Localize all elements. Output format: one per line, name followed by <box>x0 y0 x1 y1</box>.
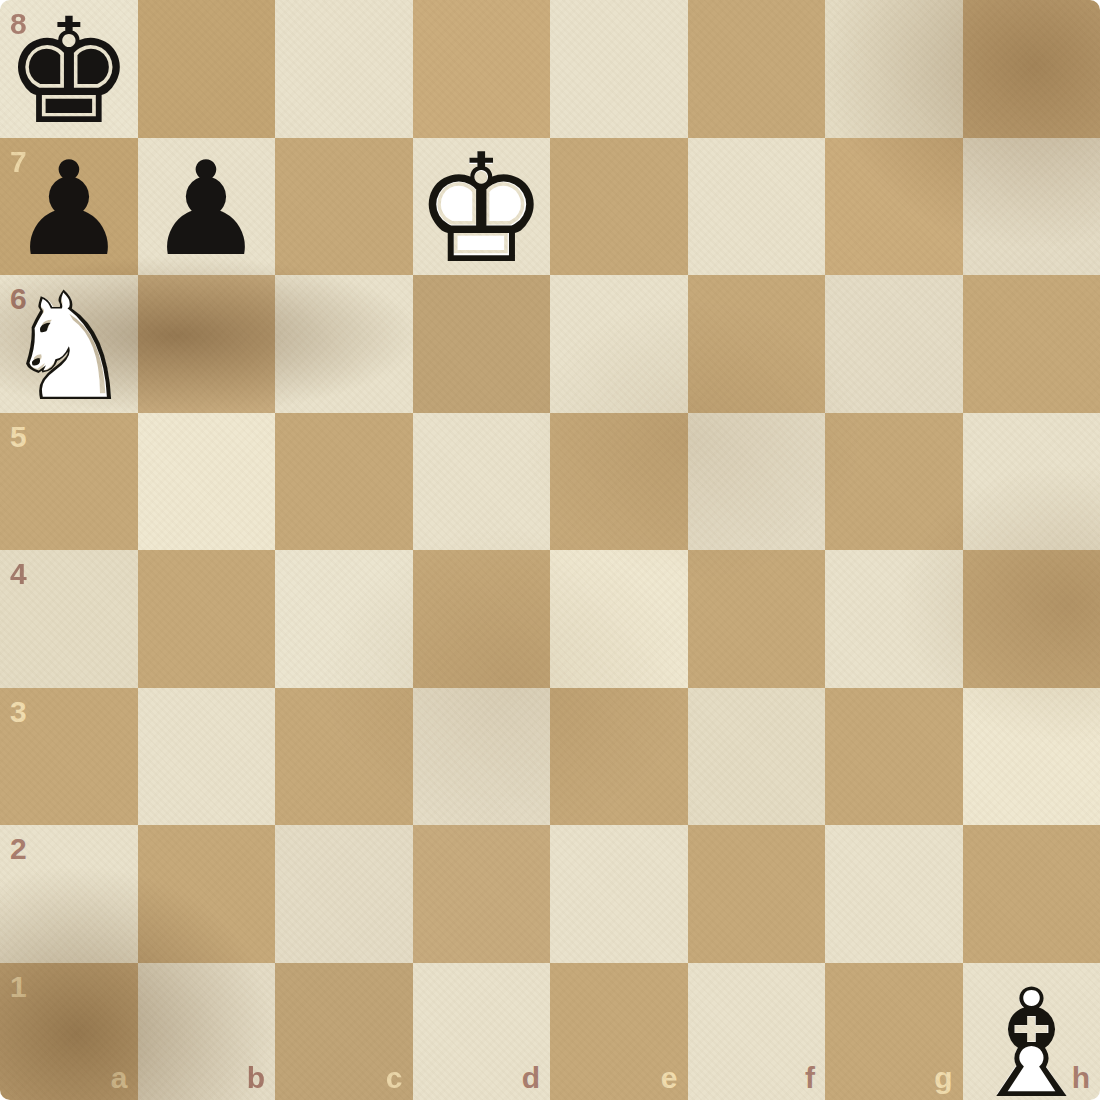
square-h1[interactable]: h♝♗ <box>963 963 1100 1100</box>
square-f5[interactable] <box>688 413 826 551</box>
square-e5[interactable] <box>550 413 688 551</box>
square-b7[interactable]: ♟ <box>138 138 276 276</box>
square-h2[interactable] <box>963 825 1100 963</box>
square-h7[interactable] <box>963 138 1100 276</box>
square-h3[interactable] <box>963 688 1100 826</box>
square-h5[interactable] <box>963 413 1100 551</box>
square-e1[interactable]: e <box>550 963 688 1100</box>
white-king[interactable]: ♚♔ <box>413 138 551 276</box>
square-d3[interactable] <box>413 688 551 826</box>
black-pawn[interactable]: ♟ <box>138 138 276 276</box>
square-a3[interactable]: 3 <box>0 688 138 826</box>
square-f1[interactable]: f <box>688 963 826 1100</box>
square-c1[interactable]: c <box>275 963 413 1100</box>
white-bishop[interactable]: ♝♗ <box>963 973 1100 1100</box>
rank-label-1: 1 <box>10 972 27 1002</box>
square-a1[interactable]: 1a <box>0 963 138 1100</box>
square-e7[interactable] <box>550 138 688 276</box>
file-label-e: e <box>661 1063 678 1093</box>
square-b5[interactable] <box>138 413 276 551</box>
black-pawn[interactable]: ♟ <box>0 138 138 276</box>
square-f6[interactable] <box>688 275 826 413</box>
white-king-outline-icon: ♔ <box>414 134 548 284</box>
square-g6[interactable] <box>825 275 963 413</box>
square-f2[interactable] <box>688 825 826 963</box>
square-b3[interactable] <box>138 688 276 826</box>
square-g8[interactable] <box>825 0 963 138</box>
square-f3[interactable] <box>688 688 826 826</box>
file-label-c: c <box>386 1063 403 1093</box>
square-b1[interactable]: b <box>138 963 276 1100</box>
square-c3[interactable] <box>275 688 413 826</box>
black-pawn-glyph: ♟ <box>148 144 265 274</box>
rank-label-3: 3 <box>10 697 27 727</box>
square-g1[interactable]: g <box>825 963 963 1100</box>
file-label-f: f <box>805 1063 815 1093</box>
square-c7[interactable] <box>275 138 413 276</box>
white-knight-outline-icon: ♘ <box>2 272 136 422</box>
square-g7[interactable] <box>825 138 963 276</box>
square-d2[interactable] <box>413 825 551 963</box>
square-e6[interactable] <box>550 275 688 413</box>
file-label-d: d <box>522 1063 540 1093</box>
square-b6[interactable] <box>138 275 276 413</box>
square-g4[interactable] <box>825 550 963 688</box>
square-c6[interactable] <box>275 275 413 413</box>
square-e3[interactable] <box>550 688 688 826</box>
square-b4[interactable] <box>138 550 276 688</box>
square-a7[interactable]: 7♟ <box>0 138 138 276</box>
square-e8[interactable] <box>550 0 688 138</box>
square-b2[interactable] <box>138 825 276 963</box>
file-label-b: b <box>247 1063 265 1093</box>
square-f7[interactable] <box>688 138 826 276</box>
square-e4[interactable] <box>550 550 688 688</box>
file-label-g: g <box>934 1063 952 1093</box>
square-d7[interactable]: ♚♔ <box>413 138 551 276</box>
square-g2[interactable] <box>825 825 963 963</box>
square-c2[interactable] <box>275 825 413 963</box>
chess-board: 8♚7♟♟♚♔6♞♘54321abcdefgh♝♗ <box>0 0 1100 1100</box>
square-c4[interactable] <box>275 550 413 688</box>
square-a4[interactable]: 4 <box>0 550 138 688</box>
rank-label-2: 2 <box>10 834 27 864</box>
rank-label-4: 4 <box>10 559 27 589</box>
square-b8[interactable] <box>138 0 276 138</box>
square-a6[interactable]: 6♞♘ <box>0 275 138 413</box>
square-c8[interactable] <box>275 0 413 138</box>
black-king-glyph: ♚ <box>4 0 134 144</box>
square-e2[interactable] <box>550 825 688 963</box>
square-h8[interactable] <box>963 0 1100 138</box>
square-d5[interactable] <box>413 413 551 551</box>
file-label-a: a <box>111 1063 128 1093</box>
square-c5[interactable] <box>275 413 413 551</box>
square-h6[interactable] <box>963 275 1100 413</box>
white-bishop-outline-icon: ♗ <box>964 969 1098 1100</box>
square-d8[interactable] <box>413 0 551 138</box>
square-g3[interactable] <box>825 688 963 826</box>
square-f4[interactable] <box>688 550 826 688</box>
black-pawn-glyph: ♟ <box>10 144 127 274</box>
white-knight[interactable]: ♞♘ <box>0 275 138 413</box>
square-h4[interactable] <box>963 550 1100 688</box>
square-g5[interactable] <box>825 413 963 551</box>
black-king[interactable]: ♚ <box>0 0 138 138</box>
square-d1[interactable]: d <box>413 963 551 1100</box>
square-a8[interactable]: 8♚ <box>0 0 138 138</box>
square-a2[interactable]: 2 <box>0 825 138 963</box>
square-d4[interactable] <box>413 550 551 688</box>
square-f8[interactable] <box>688 0 826 138</box>
